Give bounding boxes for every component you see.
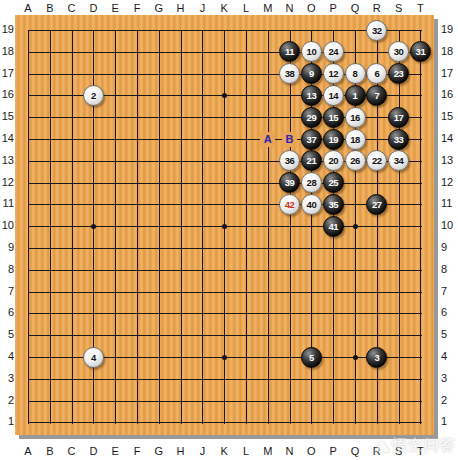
stone-R4-move-3: 3 [366,347,387,368]
stone-Q13-move-26: 26 [345,150,366,171]
stone-O14-move-37: 37 [301,129,322,150]
col-label-top-T: T [409,1,431,16]
stone-number: 33 [394,134,404,145]
row-label-left-2: 2 [1,393,14,408]
col-label-bottom-R: R [366,444,388,459]
stone-number: 19 [328,134,338,145]
row-label-right-2: 2 [441,393,458,408]
stone-number: 38 [285,68,295,79]
stone-P10-move-41: 41 [323,216,344,237]
row-label-right-1: 1 [441,414,458,429]
row-label-left-7: 7 [1,284,14,299]
row-label-right-14: 14 [441,131,458,146]
row-label-right-19: 19 [441,22,458,37]
stone-number: 13 [307,90,317,101]
point-marker-A-M14: A [260,132,275,147]
stone-P15-move-15: 15 [323,107,344,128]
go-diagram-page: ABCDEFGHJKLMNOPQRST ABCDEFGHJKLMNOPQRST … [0,0,458,460]
stone-D16-move-2: 2 [83,85,104,106]
col-label-top-C: C [61,1,83,16]
col-label-bottom-P: P [322,444,344,459]
stone-number: 39 [285,177,295,188]
stone-number: 28 [307,177,317,188]
row-label-left-1: 1 [1,414,14,429]
stone-S14-move-33: 33 [388,129,409,150]
row-label-right-10: 10 [441,218,458,233]
col-label-bottom-S: S [388,444,410,459]
row-label-right-13: 13 [441,153,458,168]
col-label-bottom-T: T [409,444,431,459]
stone-number: 18 [350,134,360,145]
stone-number: 25 [328,177,338,188]
row-label-right-7: 7 [441,284,458,299]
col-label-top-R: R [366,1,388,16]
col-label-top-G: G [148,1,170,16]
stone-N11-move-42: 42 [279,194,300,215]
col-label-top-Q: Q [344,1,366,16]
stone-number: 14 [328,90,338,101]
col-label-bottom-N: N [279,444,301,459]
stone-number: 17 [394,112,404,123]
row-label-left-13: 13 [1,153,14,168]
stone-number: 42 [285,199,295,210]
row-label-right-6: 6 [441,305,458,320]
row-label-right-18: 18 [441,44,458,59]
col-label-bottom-F: F [126,444,148,459]
row-label-left-12: 12 [1,175,14,190]
stone-P12-move-25: 25 [323,172,344,193]
stone-Q14-move-18: 18 [345,129,366,150]
go-board[interactable]: 1234567891011121314151617181920212223242… [15,15,434,435]
stone-number: 34 [394,155,404,166]
stone-number: 12 [328,68,338,79]
star-point-Q4 [353,355,358,360]
point-marker-B-N14: B [282,132,297,147]
stone-O11-move-40: 40 [301,194,322,215]
stone-number: 22 [372,155,382,166]
col-label-bottom-D: D [82,444,104,459]
stone-O17-move-9: 9 [301,63,322,84]
row-label-left-10: 10 [1,218,14,233]
col-label-bottom-B: B [39,444,61,459]
row-label-left-6: 6 [1,305,14,320]
stone-number: 8 [353,68,358,79]
stone-number: 35 [328,199,338,210]
stone-number: 15 [328,112,338,123]
col-label-top-M: M [257,1,279,16]
row-label-right-15: 15 [441,109,458,124]
stone-number: 9 [309,68,314,79]
col-label-bottom-M: M [257,444,279,459]
stone-number: 21 [307,155,317,166]
col-label-bottom-A: A [17,444,39,459]
row-label-left-18: 18 [1,44,14,59]
col-label-bottom-Q: Q [344,444,366,459]
row-label-left-3: 3 [1,371,14,386]
row-label-right-16: 16 [441,87,458,102]
col-label-top-E: E [104,1,126,16]
row-label-right-9: 9 [441,240,458,255]
stone-number: 29 [307,112,317,123]
col-label-top-K: K [213,1,235,16]
row-label-right-8: 8 [441,262,458,277]
stone-D4-move-4: 4 [83,347,104,368]
col-label-top-P: P [322,1,344,16]
stone-number: 30 [394,46,404,57]
stone-number: 1 [353,90,358,101]
stone-T18-move-31: 31 [410,41,431,62]
stone-number: 26 [350,155,360,166]
stone-P11-move-35: 35 [323,194,344,215]
col-label-top-J: J [191,1,213,16]
row-label-left-17: 17 [1,66,14,81]
stone-Q16-move-1: 1 [345,85,366,106]
col-label-bottom-L: L [235,444,257,459]
col-label-top-F: F [126,1,148,16]
row-label-right-5: 5 [441,327,458,342]
col-label-top-N: N [279,1,301,16]
stone-Q17-move-8: 8 [345,63,366,84]
row-label-left-15: 15 [1,109,14,124]
stone-number: 24 [328,46,338,57]
col-label-bottom-O: O [300,444,322,459]
stone-number: 2 [91,90,96,101]
stone-number: 37 [307,134,317,145]
stone-number: 20 [328,155,338,166]
row-label-right-17: 17 [441,66,458,81]
col-label-top-D: D [82,1,104,16]
stone-number: 16 [350,112,360,123]
row-label-left-9: 9 [1,240,14,255]
col-label-bottom-H: H [170,444,192,459]
row-label-right-12: 12 [441,175,458,190]
col-label-bottom-K: K [213,444,235,459]
stone-O16-move-13: 13 [301,85,322,106]
row-label-left-14: 14 [1,131,14,146]
col-label-bottom-E: E [104,444,126,459]
stone-R19-move-32: 32 [366,20,387,41]
stone-P17-move-12: 12 [323,63,344,84]
stone-P13-move-20: 20 [323,150,344,171]
row-label-left-19: 19 [1,22,14,37]
stone-number: 27 [372,199,382,210]
stone-number: 6 [374,68,379,79]
stone-number: 41 [328,221,338,232]
stone-number: 32 [372,25,382,36]
stone-number: 3 [374,352,379,363]
stone-number: 31 [416,46,426,57]
stone-O12-move-28: 28 [301,172,322,193]
stone-number: 10 [307,46,317,57]
stone-number: 23 [394,68,404,79]
row-label-right-3: 3 [441,371,458,386]
row-label-left-16: 16 [1,87,14,102]
row-label-right-11: 11 [441,196,458,211]
col-label-top-B: B [39,1,61,16]
stone-O15-move-29: 29 [301,107,322,128]
col-label-top-H: H [170,1,192,16]
row-label-left-8: 8 [1,262,14,277]
stone-P18-move-24: 24 [323,41,344,62]
stone-O4-move-5: 5 [301,347,322,368]
stone-number: 5 [309,352,314,363]
col-label-bottom-J: J [191,444,213,459]
row-label-right-4: 4 [441,349,458,364]
stone-Q15-move-16: 16 [345,107,366,128]
col-label-top-S: S [388,1,410,16]
col-label-top-A: A [17,1,39,16]
stone-number: 11 [285,46,294,57]
col-label-top-O: O [300,1,322,16]
row-label-left-4: 4 [1,349,14,364]
stone-P16-move-14: 14 [323,85,344,106]
stone-number: 36 [285,155,295,166]
col-label-top-L: L [235,1,257,16]
col-label-bottom-G: G [148,444,170,459]
stone-number: 7 [374,90,379,101]
stone-number: 40 [307,199,317,210]
stone-S15-move-17: 17 [388,107,409,128]
stone-number: 4 [91,352,96,363]
col-label-bottom-C: C [61,444,83,459]
row-label-left-11: 11 [1,196,14,211]
row-label-left-5: 5 [1,327,14,342]
stone-P14-move-19: 19 [323,129,344,150]
